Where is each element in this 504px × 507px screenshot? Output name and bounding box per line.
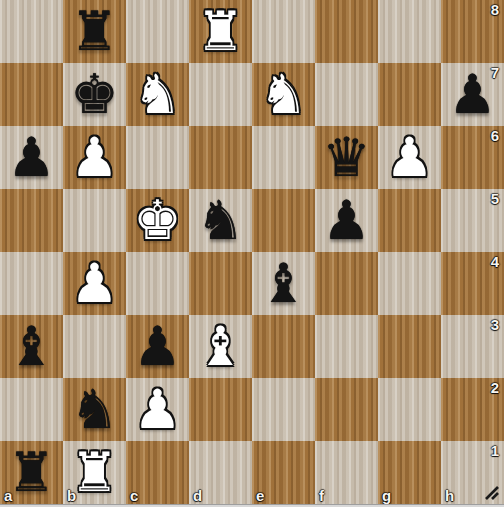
square-g4[interactable] xyxy=(378,252,441,315)
piece-white-knight[interactable]: ♞ xyxy=(259,63,307,126)
square-f5[interactable]: ♟ xyxy=(315,189,378,252)
file-label-f: f xyxy=(319,487,324,504)
square-f7[interactable] xyxy=(315,63,378,126)
piece-black-queen[interactable]: ♛ xyxy=(322,126,370,189)
square-c4[interactable] xyxy=(126,252,189,315)
piece-black-pawn[interactable]: ♟ xyxy=(322,189,370,252)
piece-black-rook[interactable]: ♜ xyxy=(7,441,55,504)
rank-label-2: 2 xyxy=(491,379,499,396)
square-b8[interactable]: ♜ xyxy=(63,0,126,63)
rank-label-4: 4 xyxy=(491,253,499,270)
square-f3[interactable] xyxy=(315,315,378,378)
square-c8[interactable] xyxy=(126,0,189,63)
square-b7[interactable]: ♚ xyxy=(63,63,126,126)
piece-white-knight[interactable]: ♞ xyxy=(133,63,181,126)
square-h8[interactable]: 8 xyxy=(441,0,504,63)
square-g1[interactable]: g xyxy=(378,441,441,504)
square-d4[interactable] xyxy=(189,252,252,315)
square-a1[interactable]: ♜a xyxy=(0,441,63,504)
square-e5[interactable] xyxy=(252,189,315,252)
square-h1[interactable]: 1h xyxy=(441,441,504,504)
rank-label-1: 1 xyxy=(491,442,499,459)
piece-black-bishop[interactable]: ♝ xyxy=(259,252,307,315)
file-label-h: h xyxy=(445,487,454,504)
piece-black-knight[interactable]: ♞ xyxy=(196,189,244,252)
square-g8[interactable] xyxy=(378,0,441,63)
square-e3[interactable] xyxy=(252,315,315,378)
chess-board-wrap: ♜♜8♚♞♞♟7♟♟♛♟6♚♞♟5♟♝4♝♟♝3♞♟2♜a♜bcdefg1h xyxy=(0,0,504,504)
square-h3[interactable]: 3 xyxy=(441,315,504,378)
piece-white-rook[interactable]: ♜ xyxy=(196,0,244,63)
square-d7[interactable] xyxy=(189,63,252,126)
square-e6[interactable] xyxy=(252,126,315,189)
file-label-e: e xyxy=(256,487,264,504)
piece-white-pawn[interactable]: ♟ xyxy=(70,252,118,315)
square-d2[interactable] xyxy=(189,378,252,441)
chess-board: ♜♜8♚♞♞♟7♟♟♛♟6♚♞♟5♟♝4♝♟♝3♞♟2♜a♜bcdefg1h xyxy=(0,0,504,504)
square-b3[interactable] xyxy=(63,315,126,378)
square-a8[interactable] xyxy=(0,0,63,63)
square-e4[interactable]: ♝ xyxy=(252,252,315,315)
square-c7[interactable]: ♞ xyxy=(126,63,189,126)
square-h7[interactable]: ♟7 xyxy=(441,63,504,126)
square-c3[interactable]: ♟ xyxy=(126,315,189,378)
piece-white-bishop[interactable]: ♝ xyxy=(196,315,244,378)
rank-label-6: 6 xyxy=(491,127,499,144)
square-g6[interactable]: ♟ xyxy=(378,126,441,189)
square-b2[interactable]: ♞ xyxy=(63,378,126,441)
rank-label-8: 8 xyxy=(491,1,499,18)
piece-white-pawn[interactable]: ♟ xyxy=(385,126,433,189)
square-e1[interactable]: e xyxy=(252,441,315,504)
square-h4[interactable]: 4 xyxy=(441,252,504,315)
piece-black-rook[interactable]: ♜ xyxy=(70,0,118,63)
square-e8[interactable] xyxy=(252,0,315,63)
piece-black-knight[interactable]: ♞ xyxy=(70,378,118,441)
square-g2[interactable] xyxy=(378,378,441,441)
square-a5[interactable] xyxy=(0,189,63,252)
square-h5[interactable]: 5 xyxy=(441,189,504,252)
resize-handle-icon[interactable] xyxy=(483,483,501,501)
square-f6[interactable]: ♛ xyxy=(315,126,378,189)
square-f8[interactable] xyxy=(315,0,378,63)
square-a4[interactable] xyxy=(0,252,63,315)
square-b1[interactable]: ♜b xyxy=(63,441,126,504)
square-a7[interactable] xyxy=(0,63,63,126)
square-c5[interactable]: ♚ xyxy=(126,189,189,252)
piece-white-pawn[interactable]: ♟ xyxy=(133,378,181,441)
piece-black-pawn[interactable]: ♟ xyxy=(133,315,181,378)
square-b6[interactable]: ♟ xyxy=(63,126,126,189)
square-d8[interactable]: ♜ xyxy=(189,0,252,63)
square-c6[interactable] xyxy=(126,126,189,189)
file-label-g: g xyxy=(382,487,391,504)
rank-label-3: 3 xyxy=(491,316,499,333)
piece-black-bishop[interactable]: ♝ xyxy=(7,315,55,378)
file-label-d: d xyxy=(193,487,202,504)
square-e7[interactable]: ♞ xyxy=(252,63,315,126)
piece-black-king[interactable]: ♚ xyxy=(70,63,118,126)
square-c1[interactable]: c xyxy=(126,441,189,504)
square-f1[interactable]: f xyxy=(315,441,378,504)
square-c2[interactable]: ♟ xyxy=(126,378,189,441)
square-a3[interactable]: ♝ xyxy=(0,315,63,378)
square-d3[interactable]: ♝ xyxy=(189,315,252,378)
square-g7[interactable] xyxy=(378,63,441,126)
square-g3[interactable] xyxy=(378,315,441,378)
square-f2[interactable] xyxy=(315,378,378,441)
square-d6[interactable] xyxy=(189,126,252,189)
square-b4[interactable]: ♟ xyxy=(63,252,126,315)
square-f4[interactable] xyxy=(315,252,378,315)
square-g5[interactable] xyxy=(378,189,441,252)
square-h2[interactable]: 2 xyxy=(441,378,504,441)
piece-black-pawn[interactable]: ♟ xyxy=(448,63,496,126)
piece-black-pawn[interactable]: ♟ xyxy=(7,126,55,189)
rank-label-5: 5 xyxy=(491,190,499,207)
piece-white-king[interactable]: ♚ xyxy=(133,189,181,252)
file-label-c: c xyxy=(130,487,138,504)
piece-white-pawn[interactable]: ♟ xyxy=(70,126,118,189)
square-e2[interactable] xyxy=(252,378,315,441)
square-d5[interactable]: ♞ xyxy=(189,189,252,252)
square-b5[interactable] xyxy=(63,189,126,252)
square-d1[interactable]: d xyxy=(189,441,252,504)
piece-white-rook[interactable]: ♜ xyxy=(70,441,118,504)
square-a2[interactable] xyxy=(0,378,63,441)
square-h6[interactable]: 6 xyxy=(441,126,504,189)
square-a6[interactable]: ♟ xyxy=(0,126,63,189)
